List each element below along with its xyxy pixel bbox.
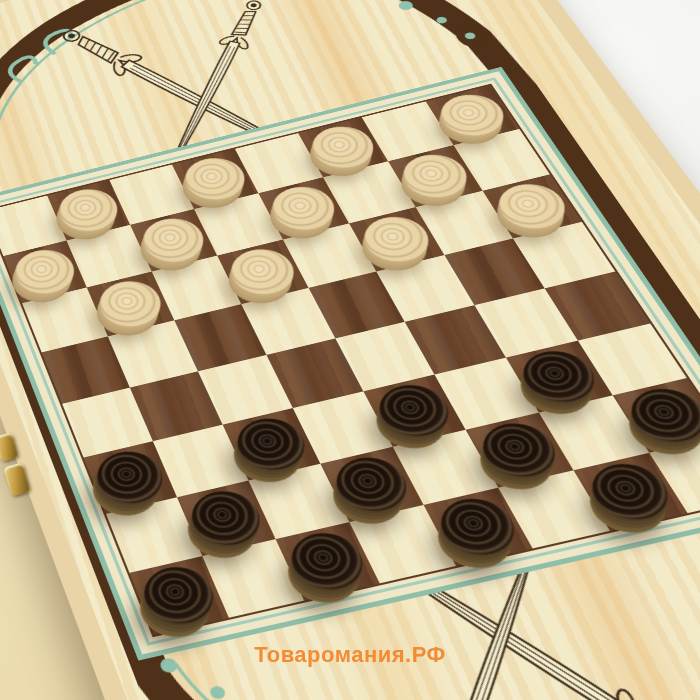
checker-light-a7[interactable] [8, 244, 81, 299]
checker-light-f8[interactable] [303, 121, 382, 174]
checker-dark-e1[interactable] [430, 492, 526, 561]
checker-dark-a3[interactable] [89, 445, 171, 509]
checker-light-e7[interactable] [264, 181, 344, 236]
checker-light-b6[interactable] [92, 275, 169, 332]
product-photo-scene: Товаромания.РФ [0, 0, 700, 700]
checker-light-b8[interactable] [52, 184, 125, 237]
checker-dark-e3[interactable] [369, 379, 459, 442]
checker-dark-d2[interactable] [326, 451, 417, 517]
checker-dark-b2[interactable] [183, 485, 270, 551]
clasp-upper-knuckle [0, 432, 19, 462]
checker-dark-c1[interactable] [282, 527, 374, 596]
checker-dark-a1[interactable] [135, 561, 222, 630]
checker-dark-g3[interactable] [512, 345, 606, 408]
checker-light-f6[interactable] [355, 211, 439, 268]
watermark-text: Товаромания.РФ [254, 642, 446, 668]
checker-light-c7[interactable] [135, 213, 211, 268]
checker-light-d6[interactable] [223, 243, 303, 300]
checker-light-g7[interactable] [394, 149, 477, 203]
checker-dark-f2[interactable] [472, 417, 567, 483]
checker-dark-g1[interactable] [580, 457, 680, 526]
checker-dark-c3[interactable] [228, 412, 314, 476]
checker-dark-h2[interactable] [619, 382, 700, 448]
checker-light-d8[interactable] [177, 152, 253, 205]
game-box-lid [0, 0, 700, 700]
